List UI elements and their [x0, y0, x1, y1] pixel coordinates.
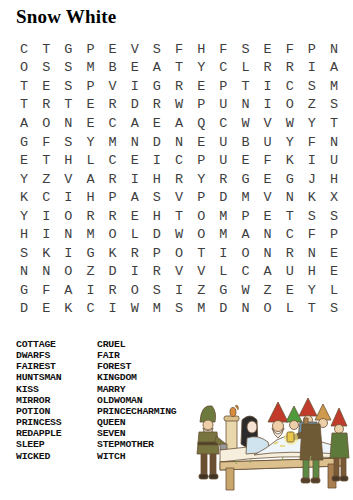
grid-cell: E: [79, 114, 101, 133]
grid-cell: E: [35, 300, 57, 319]
grid-cell: Z: [79, 263, 101, 282]
grid-cell: C: [234, 263, 256, 282]
grid-cell: A: [79, 170, 101, 189]
grid-cell: E: [124, 151, 146, 170]
grid-cell: M: [102, 133, 124, 152]
grid-cell: Y: [301, 281, 323, 300]
word-list-item: MARRY: [97, 384, 177, 395]
grid-cell: N: [13, 263, 35, 282]
grid-cell: O: [35, 114, 57, 133]
grid-cell: W: [168, 96, 190, 115]
grid-cell: L: [79, 151, 101, 170]
grid-cell: P: [79, 40, 101, 59]
worksheet-page: Snow White CTGPEVSFHFSEFPNOSSMBEATYCLRRI…: [0, 0, 353, 500]
word-list-item: REDAPPLE: [16, 428, 61, 439]
grid-cell: I: [124, 263, 146, 282]
grid-cell: M: [146, 300, 168, 319]
grid-cell: Z: [35, 170, 57, 189]
word-list-item: POTION: [16, 406, 61, 417]
grid-cell: H: [146, 207, 168, 226]
word-list-item: FOREST: [97, 361, 177, 372]
grid-cell: R: [102, 96, 124, 115]
grid-cell: R: [102, 170, 124, 189]
grid-cell: I: [79, 281, 101, 300]
grid-cell: D: [146, 225, 168, 244]
grid-cell: T: [13, 96, 35, 115]
word-list-item: FAIREST: [16, 361, 61, 372]
word-list-item: KINGDOM: [97, 372, 177, 383]
grid-cell: C: [212, 114, 234, 133]
word-list-item: HUNTSMAN: [16, 372, 61, 383]
grid-cell: Y: [79, 133, 101, 152]
grid-cell: I: [57, 244, 79, 263]
grid-cell: U: [279, 263, 301, 282]
grid-cell: I: [146, 151, 168, 170]
grid-cell: C: [102, 114, 124, 133]
grid-cell: K: [102, 244, 124, 263]
grid-cell: P: [212, 77, 234, 96]
grid-cell: I: [124, 77, 146, 96]
grid-cell: E: [190, 133, 212, 152]
grid-cell: H: [190, 40, 212, 59]
grid-cell: K: [57, 300, 79, 319]
grid-cell: Y: [13, 207, 35, 226]
grid-cell: E: [257, 207, 279, 226]
grid-cell: O: [190, 225, 212, 244]
grid-cell: N: [57, 225, 79, 244]
grid-cell: N: [168, 133, 190, 152]
grid-cell: F: [279, 40, 301, 59]
grid-cell: N: [301, 244, 323, 263]
grid-cell: U: [212, 151, 234, 170]
grid-cell: T: [279, 207, 301, 226]
grid-cell: E: [35, 77, 57, 96]
word-list-item: SLEEP: [16, 439, 61, 450]
grid-cell: G: [13, 281, 35, 300]
grid-cell: O: [168, 244, 190, 263]
grid-cell: L: [234, 59, 256, 78]
grid-cell: I: [102, 300, 124, 319]
grid-cell: I: [124, 170, 146, 189]
grid-cell: B: [234, 133, 256, 152]
page-title: Snow White: [16, 6, 116, 28]
word-list-column-2: CRUELFAIRFORESTKINGDOMMARRYOLDWOMANPRINC…: [97, 339, 177, 462]
grid-cell: W: [124, 300, 146, 319]
grid-cell: C: [212, 59, 234, 78]
grid-cell: S: [323, 207, 345, 226]
grid-cell: I: [168, 281, 190, 300]
grid-cell: H: [323, 170, 345, 189]
grid-cell: E: [146, 114, 168, 133]
word-list-item: KISS: [16, 384, 61, 395]
word-list-item: MIRROR: [16, 395, 61, 406]
grid-cell: S: [168, 300, 190, 319]
dwarf-center-red-hat: [268, 402, 288, 438]
word-search-grid: CTGPEVSFHFSEFPNOSSMBEATYCLRRIATESPVIGREP…: [13, 40, 345, 318]
grid-cell: X: [323, 188, 345, 207]
grid-cell: P: [190, 151, 212, 170]
grid-cell: H: [13, 225, 35, 244]
grid-cell: O: [124, 281, 146, 300]
grid-cell: M: [79, 225, 101, 244]
grid-cell: R: [212, 170, 234, 189]
grid-cell: T: [13, 77, 35, 96]
grid-cell: P: [79, 77, 101, 96]
grid-cell: H: [79, 188, 101, 207]
grid-cell: P: [190, 96, 212, 115]
grid-cell: O: [57, 263, 79, 282]
grid-cell: W: [279, 114, 301, 133]
word-list-item: OLDWOMAN: [97, 395, 177, 406]
grid-cell: O: [234, 244, 256, 263]
grid-cell: G: [234, 170, 256, 189]
grid-cell: I: [35, 225, 57, 244]
grid-cell: F: [168, 40, 190, 59]
grid-cell: L: [279, 300, 301, 319]
grid-cell: S: [146, 40, 168, 59]
grid-cell: L: [124, 225, 146, 244]
grid-cell: S: [301, 77, 323, 96]
grid-cell: T: [234, 77, 256, 96]
grid-cell: V: [57, 170, 79, 189]
grid-cell: A: [146, 59, 168, 78]
grid-cell: M: [323, 77, 345, 96]
grid-cell: N: [279, 188, 301, 207]
grid-cell: A: [13, 114, 35, 133]
grid-cell: A: [168, 114, 190, 133]
grid-cell: P: [146, 244, 168, 263]
grid-cell: V: [257, 114, 279, 133]
grid-cell: S: [146, 281, 168, 300]
grid-cell: E: [234, 151, 256, 170]
grid-cell: N: [257, 244, 279, 263]
grid-cell: Y: [279, 133, 301, 152]
grid-cell: G: [146, 77, 168, 96]
grid-cell: D: [124, 96, 146, 115]
word-list-item: SEVEN: [97, 428, 177, 439]
grid-cell: R: [257, 59, 279, 78]
grid-cell: N: [323, 40, 345, 59]
grid-cell: N: [257, 225, 279, 244]
grid-cell: O: [279, 96, 301, 115]
grid-cell: B: [102, 59, 124, 78]
grid-cell: F: [35, 133, 57, 152]
grid-cell: S: [234, 40, 256, 59]
grid-cell: N: [57, 114, 79, 133]
grid-cell: O: [13, 59, 35, 78]
grid-cell: E: [190, 77, 212, 96]
grid-cell: E: [257, 170, 279, 189]
grid-cell: G: [13, 133, 35, 152]
grid-cell: R: [102, 207, 124, 226]
grid-cell: S: [323, 96, 345, 115]
grid-cell: Y: [190, 170, 212, 189]
grid-cell: R: [168, 77, 190, 96]
grid-cell: D: [212, 300, 234, 319]
grid-cell: I: [257, 77, 279, 96]
grid-cell: A: [257, 263, 279, 282]
grid-cell: N: [35, 263, 57, 282]
word-list-item: STEPMOTHER: [97, 439, 177, 450]
grid-cell: T: [57, 96, 79, 115]
grid-cell: C: [102, 151, 124, 170]
grid-cell: T: [323, 114, 345, 133]
grid-cell: V: [168, 188, 190, 207]
grid-cell: S: [57, 59, 79, 78]
grid-cell: E: [124, 207, 146, 226]
grid-cell: R: [146, 96, 168, 115]
grid-cell: C: [279, 77, 301, 96]
grid-cell: G: [57, 40, 79, 59]
grid-cell: R: [102, 281, 124, 300]
grid-cell: I: [257, 96, 279, 115]
grid-cell: I: [301, 59, 323, 78]
word-list-item: PRINCECHARMING: [97, 406, 177, 417]
grid-cell: Q: [190, 114, 212, 133]
grid-cell: M: [212, 225, 234, 244]
grid-cell: F: [35, 281, 57, 300]
grid-cell: K: [13, 188, 35, 207]
grid-cell: A: [323, 59, 345, 78]
grid-cell: K: [35, 244, 57, 263]
word-list-item: COTTAGE: [16, 339, 61, 350]
grid-cell: V: [124, 40, 146, 59]
grid-cell: N: [234, 96, 256, 115]
grid-cell: E: [323, 244, 345, 263]
grid-cell: V: [257, 188, 279, 207]
grid-cell: R: [279, 244, 301, 263]
word-list-column-1: COTTAGEDWARFSFAIRESTHUNTSMANKISSMIRRORPO…: [16, 339, 61, 462]
grid-cell: M: [234, 188, 256, 207]
grid-cell: K: [279, 151, 301, 170]
grid-cell: E: [79, 96, 101, 115]
grid-cell: T: [35, 151, 57, 170]
grid-cell: C: [13, 40, 35, 59]
grid-cell: V: [190, 263, 212, 282]
grid-cell: U: [212, 96, 234, 115]
word-list-item: WITCH: [97, 451, 177, 462]
grid-cell: E: [13, 151, 35, 170]
grid-cell: G: [79, 244, 101, 263]
grid-cell: L: [212, 263, 234, 282]
grid-cell: E: [124, 59, 146, 78]
grid-cell: F: [212, 40, 234, 59]
grid-cell: C: [35, 188, 57, 207]
grid-cell: E: [323, 263, 345, 282]
grid-cell: Y: [13, 170, 35, 189]
grid-cell: E: [279, 281, 301, 300]
grid-cell: G: [279, 170, 301, 189]
grid-cell: K: [301, 188, 323, 207]
grid-cell: P: [102, 188, 124, 207]
grid-cell: A: [57, 281, 79, 300]
grid-cell: P: [301, 40, 323, 59]
grid-cell: G: [212, 281, 234, 300]
grid-cell: O: [102, 225, 124, 244]
grid-cell: T: [168, 207, 190, 226]
grid-cell: S: [35, 59, 57, 78]
grid-cell: T: [168, 59, 190, 78]
grid-cell: F: [301, 133, 323, 152]
squirrel: [230, 406, 238, 417]
grid-cell: P: [323, 225, 345, 244]
grid-cell: O: [57, 207, 79, 226]
grid-cell: O: [257, 300, 279, 319]
grid-cell: W: [168, 225, 190, 244]
grid-cell: F: [301, 225, 323, 244]
grid-cell: D: [13, 300, 35, 319]
grid-cell: D: [146, 133, 168, 152]
word-list-item: DWARFS: [16, 350, 61, 361]
grid-cell: R: [35, 96, 57, 115]
grid-cell: H: [146, 170, 168, 189]
grid-cell: P: [190, 188, 212, 207]
grid-cell: Y: [190, 59, 212, 78]
grid-cell: F: [257, 151, 279, 170]
grid-cell: S: [146, 188, 168, 207]
grid-cell: T: [301, 300, 323, 319]
grid-cell: S: [301, 207, 323, 226]
grid-cell: E: [102, 40, 124, 59]
grid-cell: J: [301, 170, 323, 189]
grid-cell: Z: [301, 96, 323, 115]
word-list-item: QUEEN: [97, 417, 177, 428]
grid-cell: M: [190, 300, 212, 319]
grid-cell: Y: [301, 114, 323, 133]
grid-cell: R: [168, 170, 190, 189]
grid-cell: R: [124, 244, 146, 263]
grid-cell: T: [35, 40, 57, 59]
grid-cell: C: [279, 225, 301, 244]
snow-white-illustration: [190, 392, 353, 494]
grid-cell: I: [35, 207, 57, 226]
grid-cell: C: [168, 151, 190, 170]
grid-cell: A: [124, 114, 146, 133]
grid-cell: O: [190, 207, 212, 226]
word-list-item: CRUEL: [97, 339, 177, 350]
grid-cell: D: [212, 188, 234, 207]
grid-cell: M: [212, 207, 234, 226]
grid-cell: P: [234, 207, 256, 226]
grid-cell: U: [323, 151, 345, 170]
grid-cell: U: [212, 133, 234, 152]
grid-cell: V: [168, 263, 190, 282]
word-list-item: PRINCESS: [16, 417, 61, 428]
grid-cell: R: [279, 59, 301, 78]
grid-cell: D: [102, 263, 124, 282]
grid-cell: A: [124, 188, 146, 207]
grid-cell: E: [257, 40, 279, 59]
grid-cell: S: [13, 244, 35, 263]
grid-cell: I: [301, 151, 323, 170]
grid-cell: S: [323, 300, 345, 319]
grid-cell: S: [57, 77, 79, 96]
grid-cell: V: [102, 77, 124, 96]
grid-cell: S: [57, 133, 79, 152]
grid-cell: H: [57, 151, 79, 170]
grid-cell: W: [234, 281, 256, 300]
grid-cell: N: [323, 133, 345, 152]
grid-cell: N: [124, 133, 146, 152]
grid-cell: U: [257, 133, 279, 152]
word-list-item: WICKED: [16, 451, 61, 462]
grid-cell: T: [190, 244, 212, 263]
grid-cell: R: [146, 263, 168, 282]
grid-cell: Z: [257, 281, 279, 300]
grid-cell: Z: [190, 281, 212, 300]
word-list-item: FAIR: [97, 350, 177, 361]
grid-cell: N: [234, 300, 256, 319]
grid-cell: I: [212, 244, 234, 263]
grid-cell: R: [79, 207, 101, 226]
grid-cell: L: [323, 281, 345, 300]
grid-cell: M: [79, 59, 101, 78]
grid-cell: H: [301, 263, 323, 282]
grid-cell: A: [234, 225, 256, 244]
grid-cell: C: [79, 300, 101, 319]
grid-cell: I: [57, 188, 79, 207]
grid-cell: W: [234, 114, 256, 133]
